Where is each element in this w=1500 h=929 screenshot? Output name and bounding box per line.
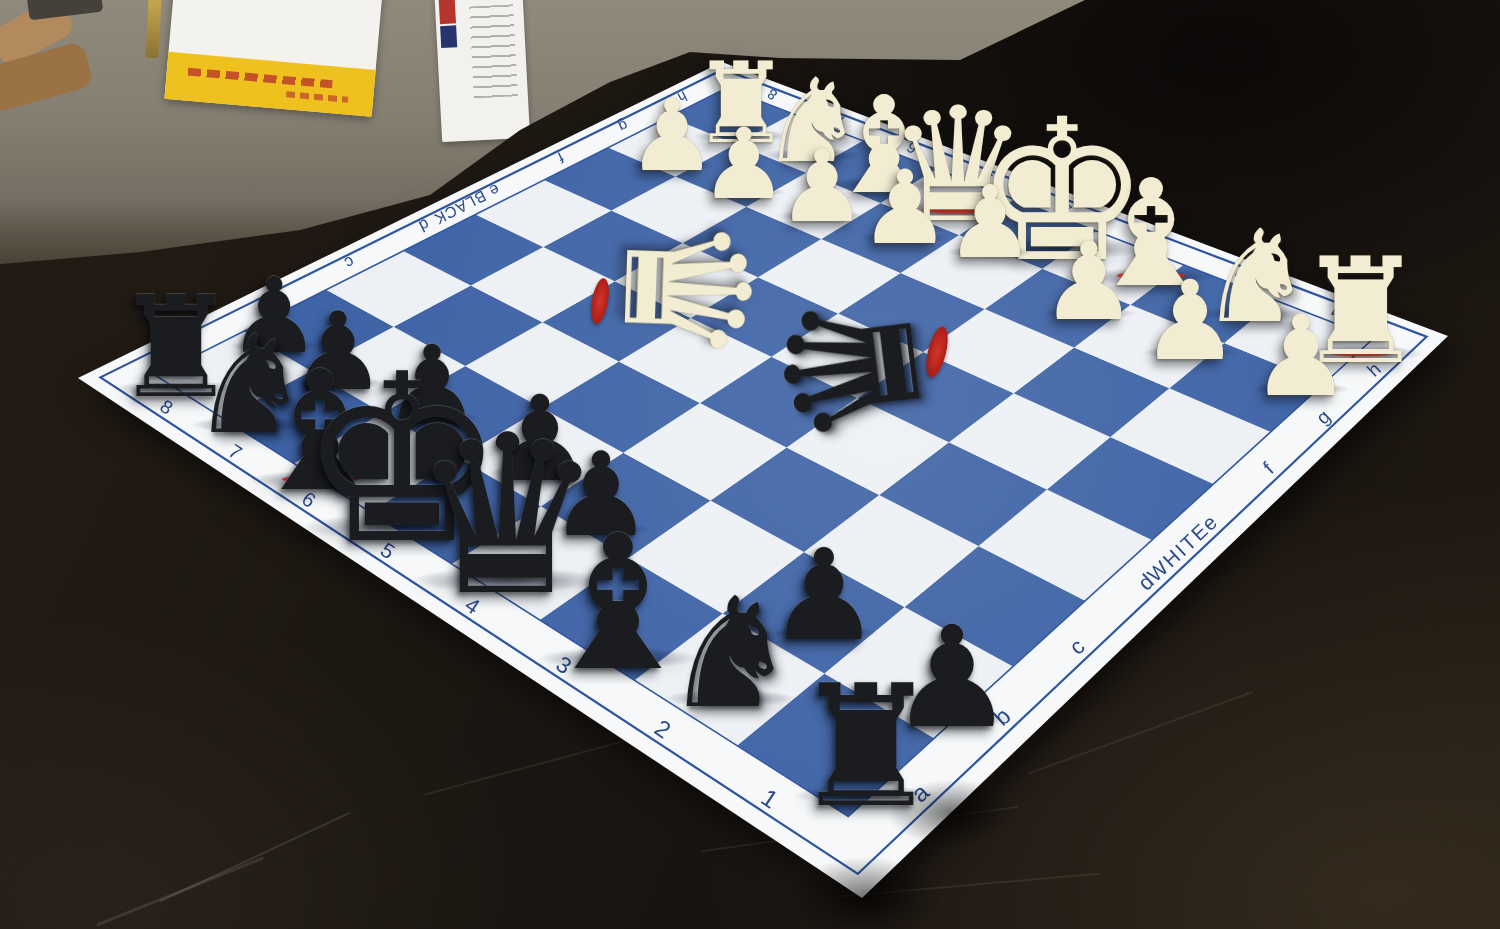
- piece-white-pawn-g4[interactable]: ♟: [940, 173, 1040, 273]
- white-pawn-glyph: ♟: [1135, 266, 1245, 376]
- piece-white-pawn-g1[interactable]: ♟: [1245, 300, 1357, 412]
- piece-black-rook-a1[interactable]: ♜: [782, 663, 950, 831]
- white-pawn-glyph: ♟: [1245, 300, 1357, 412]
- black-rook-glyph: ♜: [782, 663, 950, 831]
- piece-white-pawn-g3[interactable]: ♟: [1035, 228, 1143, 336]
- piece-black-spare-queen-f5[interactable]: ♛: [753, 267, 954, 468]
- piece-white-pawn-g2[interactable]: ♟: [1135, 266, 1245, 376]
- scene: aa11bb22cc33dd44ee55ff66gg77hh88WHITEBLA…: [0, 0, 1500, 929]
- white-pawn-glyph: ♟: [940, 173, 1040, 273]
- black-spare-queen-glyph: ♛: [753, 267, 954, 468]
- white-pawn-glyph: ♟: [1035, 228, 1143, 336]
- piece-reflection: [786, 855, 946, 929]
